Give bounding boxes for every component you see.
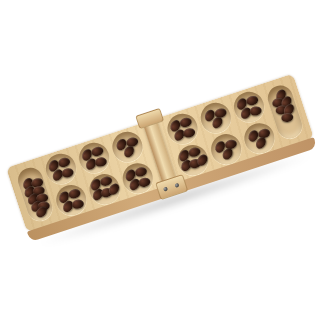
screw-icon [163, 187, 168, 192]
seed [179, 116, 193, 128]
screw-icon [174, 183, 179, 188]
board-top-surface [6, 74, 314, 233]
pit[interactable] [52, 181, 90, 219]
pit[interactable] [230, 87, 268, 125]
seed [90, 145, 104, 157]
seed [57, 156, 71, 168]
product-photo [0, 0, 320, 320]
seed [134, 165, 148, 177]
board-right-half [157, 74, 314, 183]
pit[interactable] [75, 138, 113, 176]
mancala-board [6, 74, 314, 233]
pit[interactable] [197, 98, 235, 136]
pit[interactable] [42, 149, 80, 187]
seed [245, 94, 259, 106]
seed [94, 156, 108, 167]
seed [280, 112, 293, 123]
seed [71, 198, 85, 209]
seed [182, 127, 196, 138]
pit[interactable] [108, 127, 146, 165]
board-left-half [6, 123, 163, 232]
pit[interactable] [207, 130, 245, 168]
pit[interactable] [85, 170, 123, 208]
left-pit-grid [42, 127, 157, 218]
seed [61, 167, 75, 178]
seed [67, 187, 81, 199]
pit[interactable] [119, 159, 157, 197]
pit[interactable] [163, 109, 201, 147]
pit[interactable] [174, 141, 212, 179]
right-pit-grid [163, 87, 278, 178]
seed [249, 105, 263, 116]
pit[interactable] [240, 119, 278, 157]
seed [137, 176, 151, 187]
